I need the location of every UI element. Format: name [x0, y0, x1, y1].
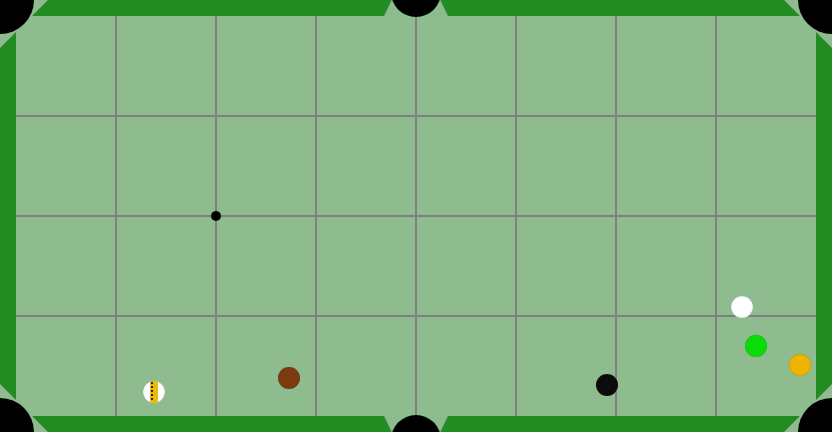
grid-line-horizontal: [16, 315, 816, 317]
brown-ball[interactable]: [278, 367, 300, 389]
ball-dash-marker: [151, 382, 153, 402]
yellow-ball[interactable]: [789, 354, 811, 376]
cue-ball[interactable]: [731, 296, 753, 318]
green-ball[interactable]: [745, 335, 767, 357]
grid-line-horizontal: [16, 215, 816, 217]
grid-line-horizontal: [16, 115, 816, 117]
black-ball[interactable]: [596, 374, 618, 396]
head-spot: [211, 211, 221, 221]
yellow-stripe-ball[interactable]: [143, 381, 165, 403]
pool-table[interactable]: [0, 0, 832, 432]
